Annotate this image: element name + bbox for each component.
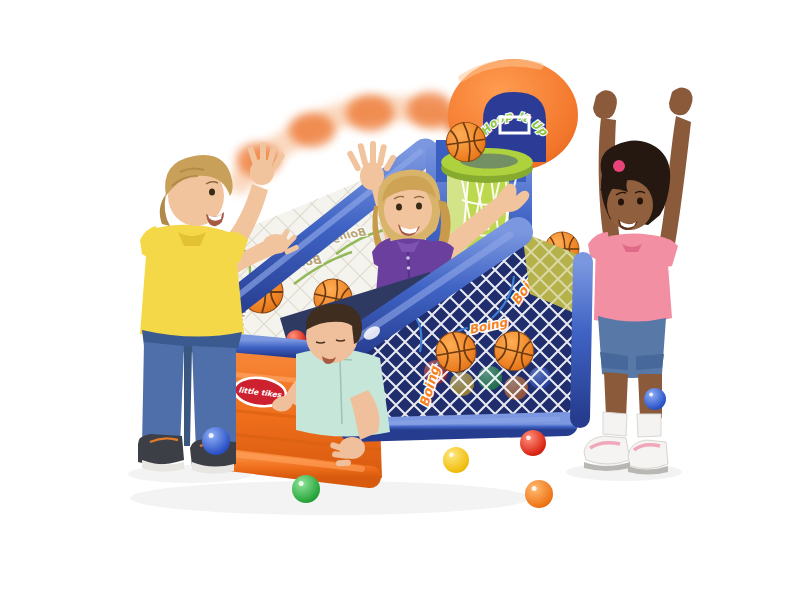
- ball-highlight: [649, 393, 653, 397]
- ball-highlight: [526, 435, 531, 440]
- floor-ball-green: [292, 475, 320, 503]
- floor-ball-blue: [644, 388, 666, 410]
- floor-ball-blue: [202, 427, 230, 455]
- floor-ball-yellow: [443, 447, 469, 473]
- floor-ball-red: [520, 430, 546, 456]
- photo-canvas: Boing Boing Boing Hoop It Up!: [0, 0, 800, 600]
- ball-highlight: [209, 433, 214, 438]
- ball-highlight: [532, 486, 537, 491]
- floor-ball-orange: [525, 480, 553, 508]
- mesh-right-tube: [580, 262, 583, 418]
- girl-pink-denim-shorts: [598, 316, 666, 378]
- ball-highlight: [299, 481, 304, 486]
- ball-highlight: [449, 452, 454, 457]
- scene-illustration: Boing Boing Boing Hoop It Up!: [0, 0, 800, 600]
- pink-hair-clip: [613, 160, 625, 172]
